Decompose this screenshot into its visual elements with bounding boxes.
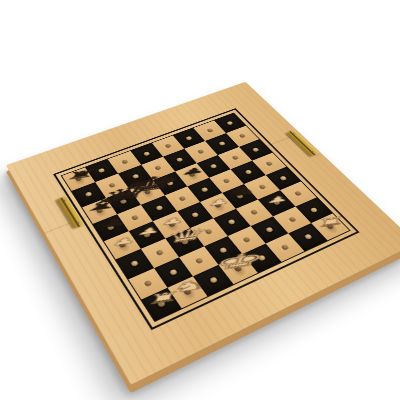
peg-hole (157, 300, 166, 308)
white-queen-glyph: ♛ (162, 224, 212, 246)
peg-hole (131, 214, 139, 220)
peg-hole (309, 207, 318, 213)
peg-hole (130, 260, 139, 267)
square-f5[interactable] (213, 209, 250, 236)
peg-hole (194, 257, 203, 264)
white-pawn-glyph: ♟ (159, 215, 186, 227)
peg-hole (250, 209, 258, 215)
white-rook-glyph: ♜ (144, 289, 183, 307)
piece-shadow (112, 236, 133, 255)
white-pawn-glyph: ♟ (265, 194, 290, 205)
peg-hole (281, 244, 290, 251)
piece-shadow (150, 293, 173, 315)
square-h2[interactable] (168, 276, 208, 308)
peg-hole (169, 268, 178, 275)
square-g2[interactable] (154, 257, 193, 288)
peg-hole (228, 219, 237, 225)
white-pawn-glyph: ♟ (110, 235, 139, 248)
peg-hole (118, 242, 127, 249)
piece-shadow (227, 259, 250, 279)
peg-hole (265, 226, 274, 232)
perspective-scene: ♟♞♟♜♚♟♜♛♝♟♟♟♛♟♚♞♜ (0, 0, 400, 400)
square-g7[interactable] (273, 206, 311, 233)
square-h5[interactable] (242, 243, 281, 273)
screw-icon (63, 199, 67, 202)
product-photo: ♟♞♟♜♚♟♜♛♝♟♟♟♛♟♚♞♜ (0, 0, 400, 400)
peg-hole (242, 236, 251, 242)
peg-hole (233, 265, 242, 272)
peg-hole (219, 247, 228, 254)
square-e1[interactable] (104, 231, 141, 260)
white-pawn-glyph: ♟ (135, 225, 163, 237)
square-g4[interactable] (204, 236, 243, 265)
peg-hole (107, 224, 115, 230)
peg-hole (209, 277, 218, 284)
square-h6[interactable] (266, 233, 305, 262)
square-f3[interactable] (166, 228, 204, 256)
piece-shadow (137, 226, 158, 244)
square-h4[interactable] (218, 254, 258, 284)
white-king-glyph: ♚ (212, 248, 268, 274)
peg-hole (143, 280, 152, 287)
peg-hole (303, 234, 312, 240)
board-surface: ♟♞♟♜♚♟♜♛♝♟♟♟♛♟♚♞♜ (6, 82, 400, 385)
square-e2[interactable] (129, 221, 166, 249)
peg-hole (204, 229, 213, 235)
peg-hole (257, 254, 266, 261)
peg-hole (180, 239, 189, 245)
square-f2[interactable] (141, 238, 179, 267)
piece-shadow (176, 281, 199, 302)
square-h3[interactable] (193, 265, 233, 296)
hinge-right-icon (285, 130, 319, 157)
square-g1[interactable] (128, 268, 167, 300)
peg-hole (183, 288, 192, 295)
black-bishop-glyph: ♝ (78, 195, 126, 215)
chess-board: ♟♞♟♜♚♟♜♛♝♟♟♟♛♟♚♞♜ (6, 82, 400, 385)
peg-hole (156, 249, 165, 256)
piece-shadow (319, 218, 342, 236)
white-pawn-glyph: ♟ (206, 196, 232, 207)
square-h1[interactable] (141, 287, 182, 320)
peg-hole (143, 232, 151, 238)
square-h7[interactable] (289, 223, 328, 251)
square-f1[interactable] (116, 249, 154, 279)
peg-hole (326, 224, 335, 230)
peg-hole (191, 212, 199, 218)
black-pawn-glyph: ♟ (97, 217, 128, 230)
peg-hole (155, 205, 163, 211)
white-knight-glyph: ♞ (169, 276, 209, 295)
peg-hole (288, 216, 297, 222)
piece-shadow (101, 219, 121, 237)
square-g3[interactable] (179, 246, 218, 276)
piece-shadow (161, 216, 182, 234)
peg-hole (96, 208, 104, 214)
piece-shadow (174, 233, 195, 251)
screw-icon (76, 221, 80, 224)
peg-hole (167, 222, 175, 228)
square-g5[interactable] (228, 226, 266, 254)
white-rook-glyph: ♜ (315, 215, 347, 230)
square-g6[interactable] (251, 216, 289, 243)
